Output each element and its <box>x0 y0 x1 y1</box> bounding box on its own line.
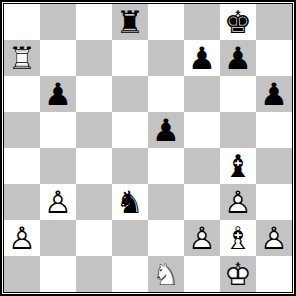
black-pawn[interactable]: ♟ <box>148 112 184 148</box>
square-e8[interactable] <box>148 4 184 40</box>
white-pawn[interactable]: ♙ <box>256 220 292 256</box>
square-g2[interactable]: ♝♗ <box>220 220 256 256</box>
black-rook[interactable]: ♜ <box>112 4 148 40</box>
square-c7[interactable] <box>76 40 112 76</box>
square-h1[interactable] <box>256 256 292 292</box>
chess-board-frame: ♜♚♜♖♟♟♟♟♟♝♟♙♞♟♙♟♙♟♙♝♗♟♙♞♘♚♔ <box>0 0 296 296</box>
square-d1[interactable] <box>112 256 148 292</box>
white-rook[interactable]: ♖ <box>4 40 40 76</box>
square-d3[interactable]: ♞ <box>112 184 148 220</box>
square-a6[interactable] <box>4 76 40 112</box>
square-h2[interactable]: ♟♙ <box>256 220 292 256</box>
square-g4[interactable]: ♝ <box>220 148 256 184</box>
square-h4[interactable] <box>256 148 292 184</box>
square-c5[interactable] <box>76 112 112 148</box>
square-e1[interactable]: ♞♘ <box>148 256 184 292</box>
square-b1[interactable] <box>40 256 76 292</box>
square-h6[interactable]: ♟ <box>256 76 292 112</box>
square-e2[interactable] <box>148 220 184 256</box>
square-b6[interactable]: ♟ <box>40 76 76 112</box>
square-a7[interactable]: ♜♖ <box>4 40 40 76</box>
white-pawn[interactable]: ♙ <box>4 220 40 256</box>
square-c4[interactable] <box>76 148 112 184</box>
square-b3[interactable]: ♟♙ <box>40 184 76 220</box>
black-pawn[interactable]: ♟ <box>184 40 220 76</box>
square-f7[interactable]: ♟ <box>184 40 220 76</box>
square-b7[interactable] <box>40 40 76 76</box>
square-f8[interactable] <box>184 4 220 40</box>
black-knight[interactable]: ♞ <box>112 184 148 220</box>
square-h5[interactable] <box>256 112 292 148</box>
black-pawn[interactable]: ♟ <box>220 40 256 76</box>
square-a1[interactable] <box>4 256 40 292</box>
square-e3[interactable] <box>148 184 184 220</box>
square-f6[interactable] <box>184 76 220 112</box>
square-e7[interactable] <box>148 40 184 76</box>
square-g3[interactable]: ♟♙ <box>220 184 256 220</box>
square-b4[interactable] <box>40 148 76 184</box>
square-g6[interactable] <box>220 76 256 112</box>
white-pawn[interactable]: ♙ <box>184 220 220 256</box>
square-g1[interactable]: ♚♔ <box>220 256 256 292</box>
square-c3[interactable] <box>76 184 112 220</box>
black-bishop[interactable]: ♝ <box>220 148 256 184</box>
square-c2[interactable] <box>76 220 112 256</box>
square-h3[interactable] <box>256 184 292 220</box>
square-f3[interactable] <box>184 184 220 220</box>
square-g8[interactable]: ♚ <box>220 4 256 40</box>
black-pawn[interactable]: ♟ <box>256 76 292 112</box>
black-pawn[interactable]: ♟ <box>40 76 76 112</box>
square-a2[interactable]: ♟♙ <box>4 220 40 256</box>
square-c6[interactable] <box>76 76 112 112</box>
square-f4[interactable] <box>184 148 220 184</box>
square-a5[interactable] <box>4 112 40 148</box>
white-bishop[interactable]: ♗ <box>220 220 256 256</box>
black-king[interactable]: ♚ <box>220 4 256 40</box>
square-d2[interactable] <box>112 220 148 256</box>
square-c1[interactable] <box>76 256 112 292</box>
square-d4[interactable] <box>112 148 148 184</box>
white-knight[interactable]: ♘ <box>148 256 184 292</box>
square-b5[interactable] <box>40 112 76 148</box>
square-d6[interactable] <box>112 76 148 112</box>
square-a4[interactable] <box>4 148 40 184</box>
square-h8[interactable] <box>256 4 292 40</box>
square-a3[interactable] <box>4 184 40 220</box>
white-pawn[interactable]: ♙ <box>220 184 256 220</box>
square-f1[interactable] <box>184 256 220 292</box>
square-d5[interactable] <box>112 112 148 148</box>
square-a8[interactable] <box>4 4 40 40</box>
square-e4[interactable] <box>148 148 184 184</box>
square-d8[interactable]: ♜ <box>112 4 148 40</box>
square-g5[interactable] <box>220 112 256 148</box>
square-d7[interactable] <box>112 40 148 76</box>
white-pawn[interactable]: ♙ <box>40 184 76 220</box>
square-f5[interactable] <box>184 112 220 148</box>
chess-board: ♜♚♜♖♟♟♟♟♟♝♟♙♞♟♙♟♙♟♙♝♗♟♙♞♘♚♔ <box>4 4 292 292</box>
square-h7[interactable] <box>256 40 292 76</box>
square-f2[interactable]: ♟♙ <box>184 220 220 256</box>
square-c8[interactable] <box>76 4 112 40</box>
square-g7[interactable]: ♟ <box>220 40 256 76</box>
square-e6[interactable] <box>148 76 184 112</box>
square-b2[interactable] <box>40 220 76 256</box>
square-e5[interactable]: ♟ <box>148 112 184 148</box>
square-b8[interactable] <box>40 4 76 40</box>
white-king[interactable]: ♔ <box>220 256 256 292</box>
chess-board-inner-border: ♜♚♜♖♟♟♟♟♟♝♟♙♞♟♙♟♙♟♙♝♗♟♙♞♘♚♔ <box>3 3 293 293</box>
